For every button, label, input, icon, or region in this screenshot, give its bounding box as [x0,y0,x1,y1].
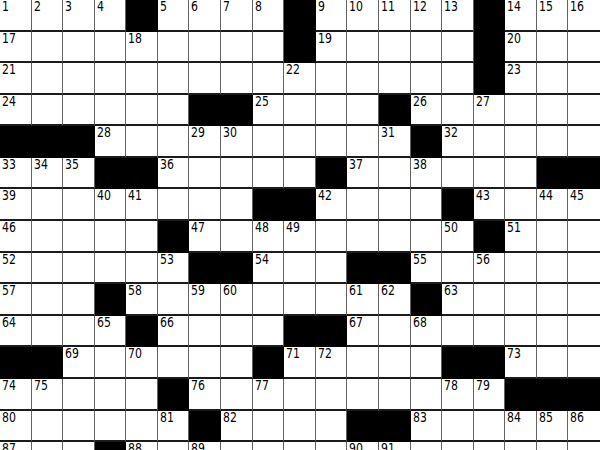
clue-number: 40 [97,189,111,202]
grid-cell[interactable] [221,63,253,95]
grid-cell[interactable] [63,63,95,95]
clue-number: 63 [444,284,458,297]
grid-cell[interactable] [63,379,95,411]
clue-number: 74 [2,379,16,392]
grid-cell[interactable] [537,442,569,450]
block-cell [316,158,348,190]
grid-cell[interactable] [189,189,221,221]
grid-cell[interactable]: 45 [568,189,600,221]
grid-cell[interactable] [253,63,285,95]
grid-cell[interactable]: 11 [379,0,411,32]
grid-cell[interactable] [189,32,221,64]
grid-cell[interactable]: 85 [537,411,569,443]
grid-cell[interactable] [347,347,379,379]
grid-cell[interactable] [379,158,411,190]
grid-cell[interactable]: 27 [474,95,506,127]
grid-cell[interactable] [221,158,253,190]
clue-number: 82 [223,411,237,424]
grid-cell[interactable]: 4 [95,0,127,32]
block-cell [474,0,506,32]
grid-cell[interactable] [568,442,600,450]
grid-cell[interactable] [442,316,474,348]
grid-cell[interactable] [505,284,537,316]
grid-cell[interactable] [95,347,127,379]
grid-cell[interactable] [32,221,64,253]
block-cell [126,316,158,348]
clue-number: 85 [539,411,553,424]
block-cell [189,253,221,285]
grid-cell[interactable] [32,316,64,348]
grid-cell[interactable]: 18 [126,32,158,64]
grid-cell[interactable] [379,221,411,253]
grid-cell[interactable] [537,95,569,127]
block-cell [158,379,190,411]
grid-cell[interactable] [379,379,411,411]
grid-cell[interactable] [442,95,474,127]
grid-cell[interactable]: 19 [316,32,348,64]
grid-cell[interactable] [411,347,443,379]
grid-cell[interactable]: 38 [411,158,443,190]
block-cell [0,126,32,158]
grid-cell[interactable]: 84 [505,411,537,443]
grid-cell[interactable] [347,126,379,158]
grid-cell[interactable]: 33 [0,158,32,190]
grid-cell[interactable] [505,442,537,450]
grid-cell[interactable] [253,442,285,450]
grid-cell[interactable] [32,32,64,64]
clue-number: 78 [444,379,458,392]
block-cell [474,63,506,95]
grid-cell[interactable] [284,379,316,411]
grid-cell[interactable] [126,95,158,127]
grid-cell[interactable]: 70 [126,347,158,379]
grid-cell[interactable] [537,126,569,158]
grid-cell[interactable] [442,158,474,190]
grid-cell[interactable] [442,32,474,64]
grid-cell[interactable] [411,189,443,221]
grid-cell[interactable] [347,95,379,127]
grid-cell[interactable] [505,158,537,190]
grid-cell[interactable] [158,189,190,221]
grid-cell[interactable]: 62 [379,284,411,316]
grid-cell[interactable]: 91 [379,442,411,450]
grid-cell[interactable] [253,284,285,316]
grid-cell[interactable]: 21 [0,63,32,95]
grid-cell[interactable] [568,95,600,127]
clue-number: 71 [286,347,300,360]
grid-cell[interactable] [379,189,411,221]
grid-cell[interactable]: 16 [568,0,600,32]
grid-cell[interactable] [63,189,95,221]
grid-cell[interactable]: 75 [32,379,64,411]
grid-cell[interactable]: 39 [0,189,32,221]
grid-cell[interactable]: 90 [347,442,379,450]
grid-cell[interactable] [221,442,253,450]
grid-cell[interactable] [253,126,285,158]
grid-cell[interactable] [221,32,253,64]
grid-cell[interactable] [316,221,348,253]
grid-cell[interactable] [126,221,158,253]
grid-cell[interactable] [505,126,537,158]
grid-cell[interactable] [379,63,411,95]
grid-cell[interactable] [474,284,506,316]
grid-cell[interactable]: 5 [158,0,190,32]
grid-cell[interactable] [284,158,316,190]
block-cell [158,221,190,253]
grid-cell[interactable] [158,63,190,95]
grid-cell[interactable]: 58 [126,284,158,316]
grid-cell[interactable] [379,316,411,348]
grid-cell[interactable]: 61 [347,284,379,316]
clue-number: 45 [570,189,584,202]
grid-cell[interactable]: 6 [189,0,221,32]
clue-number: 56 [476,253,490,266]
grid-cell[interactable] [568,316,600,348]
grid-cell[interactable] [537,284,569,316]
clue-number: 38 [413,158,427,171]
block-cell [284,32,316,64]
grid-cell[interactable]: 60 [221,284,253,316]
grid-cell[interactable] [411,442,443,450]
grid-cell[interactable]: 77 [253,379,285,411]
clue-number: 8 [255,0,262,13]
grid-cell[interactable] [95,63,127,95]
grid-cell[interactable]: 73 [505,347,537,379]
grid-cell[interactable]: 42 [316,189,348,221]
grid-cell[interactable] [284,442,316,450]
grid-cell[interactable]: 36 [158,158,190,190]
grid-cell[interactable]: 47 [189,221,221,253]
grid-cell[interactable] [411,63,443,95]
grid-cell[interactable]: 28 [95,126,127,158]
grid-cell[interactable]: 35 [63,158,95,190]
grid-cell[interactable] [347,221,379,253]
grid-cell[interactable]: 43 [474,189,506,221]
clue-number: 69 [65,347,79,360]
grid-cell[interactable] [568,63,600,95]
clue-number: 68 [413,316,427,329]
clue-number: 50 [444,221,458,234]
grid-cell[interactable] [63,284,95,316]
grid-cell[interactable] [158,95,190,127]
grid-cell[interactable]: 44 [537,189,569,221]
crossword-grid: 1234567891011121314151617181920212223242… [0,0,600,450]
grid-cell[interactable]: 53 [158,253,190,285]
grid-cell[interactable] [316,379,348,411]
clue-number: 57 [2,284,16,297]
grid-cell[interactable]: 65 [95,316,127,348]
grid-cell[interactable]: 63 [442,284,474,316]
grid-cell[interactable]: 51 [505,221,537,253]
grid-cell[interactable] [221,379,253,411]
grid-cell[interactable] [442,253,474,285]
grid-cell[interactable] [537,63,569,95]
grid-cell[interactable] [32,63,64,95]
grid-cell[interactable]: 67 [347,316,379,348]
grid-cell[interactable] [189,316,221,348]
grid-cell[interactable] [316,63,348,95]
grid-cell[interactable] [505,189,537,221]
grid-cell[interactable] [411,221,443,253]
grid-cell[interactable] [568,253,600,285]
grid-cell[interactable] [32,284,64,316]
grid-cell[interactable] [316,126,348,158]
clue-number: 91 [381,442,395,450]
grid-cell[interactable] [505,253,537,285]
grid-cell[interactable]: 32 [442,126,474,158]
clue-number: 86 [570,411,584,424]
block-cell [411,284,443,316]
grid-cell[interactable] [568,347,600,379]
block-cell [221,95,253,127]
clue-number: 11 [381,0,395,13]
grid-cell[interactable]: 80 [0,411,32,443]
grid-cell[interactable] [316,442,348,450]
grid-cell[interactable]: 46 [0,221,32,253]
clue-number: 13 [444,0,458,13]
grid-cell[interactable] [284,126,316,158]
grid-cell[interactable] [158,126,190,158]
grid-cell[interactable] [442,442,474,450]
grid-cell[interactable]: 79 [474,379,506,411]
grid-cell[interactable]: 22 [284,63,316,95]
block-cell [32,347,64,379]
grid-cell[interactable] [189,158,221,190]
grid-cell[interactable]: 55 [411,253,443,285]
clue-number: 29 [191,126,205,139]
grid-cell[interactable]: 8 [253,0,285,32]
grid-cell[interactable] [474,411,506,443]
block-cell [0,347,32,379]
clue-number: 48 [255,221,269,234]
grid-cell[interactable] [63,442,95,450]
grid-cell[interactable] [316,95,348,127]
grid-cell[interactable] [221,221,253,253]
grid-cell[interactable] [32,442,64,450]
grid-cell[interactable]: 25 [253,95,285,127]
grid-cell[interactable]: 87 [0,442,32,450]
clue-number: 34 [34,158,48,171]
grid-cell[interactable] [95,32,127,64]
grid-cell[interactable] [316,284,348,316]
grid-cell[interactable]: 74 [0,379,32,411]
grid-cell[interactable] [568,32,600,64]
grid-cell[interactable]: 54 [253,253,285,285]
grid-cell[interactable]: 57 [0,284,32,316]
grid-cell[interactable] [537,253,569,285]
grid-cell[interactable] [411,32,443,64]
grid-cell[interactable]: 9 [316,0,348,32]
grid-cell[interactable]: 49 [284,221,316,253]
grid-cell[interactable]: 48 [253,221,285,253]
grid-cell[interactable] [442,63,474,95]
grid-cell[interactable] [63,221,95,253]
block-cell [284,316,316,348]
grid-cell[interactable]: 88 [126,442,158,450]
clue-number: 72 [318,347,332,360]
grid-cell[interactable] [63,32,95,64]
grid-cell[interactable]: 15 [537,0,569,32]
block-cell [411,126,443,158]
grid-cell[interactable] [189,63,221,95]
grid-cell[interactable] [63,316,95,348]
clue-number: 67 [349,316,363,329]
grid-cell[interactable] [347,63,379,95]
grid-cell[interactable]: 78 [442,379,474,411]
grid-cell[interactable] [253,411,285,443]
grid-cell[interactable]: 29 [189,126,221,158]
grid-cell[interactable]: 89 [189,442,221,450]
clue-number: 1 [2,0,9,13]
grid-cell[interactable]: 40 [95,189,127,221]
grid-cell[interactable]: 64 [0,316,32,348]
clue-number: 47 [191,221,205,234]
block-cell [95,158,127,190]
grid-cell[interactable] [158,32,190,64]
grid-cell[interactable] [284,411,316,443]
grid-cell[interactable] [189,347,221,379]
grid-cell[interactable] [537,347,569,379]
grid-cell[interactable] [347,189,379,221]
grid-cell[interactable]: 71 [284,347,316,379]
block-cell [442,347,474,379]
grid-cell[interactable] [442,411,474,443]
grid-cell[interactable] [316,411,348,443]
block-cell [253,189,285,221]
clue-number: 77 [255,379,269,392]
grid-cell[interactable] [126,411,158,443]
grid-cell[interactable] [126,379,158,411]
grid-cell[interactable] [568,284,600,316]
grid-cell[interactable] [95,221,127,253]
clue-number: 60 [223,284,237,297]
grid-cell[interactable]: 12 [411,0,443,32]
grid-cell[interactable] [221,316,253,348]
grid-cell[interactable]: 81 [158,411,190,443]
grid-cell[interactable]: 41 [126,189,158,221]
grid-cell[interactable] [32,95,64,127]
grid-cell[interactable] [284,253,316,285]
grid-cell[interactable]: 24 [0,95,32,127]
grid-cell[interactable] [158,347,190,379]
grid-cell[interactable] [221,347,253,379]
grid-cell[interactable]: 17 [0,32,32,64]
grid-cell[interactable]: 20 [505,32,537,64]
grid-cell[interactable]: 14 [505,0,537,32]
grid-cell[interactable]: 10 [347,0,379,32]
grid-cell[interactable] [505,316,537,348]
grid-cell[interactable] [95,253,127,285]
grid-cell[interactable] [221,189,253,221]
grid-cell[interactable]: 23 [505,63,537,95]
grid-cell[interactable]: 82 [221,411,253,443]
clue-number: 54 [255,253,269,266]
clue-number: 66 [160,316,174,329]
grid-cell[interactable] [63,253,95,285]
grid-cell[interactable] [379,347,411,379]
grid-cell[interactable] [126,253,158,285]
clue-number: 44 [539,189,553,202]
grid-cell[interactable] [32,411,64,443]
grid-cell[interactable]: 50 [442,221,474,253]
grid-cell[interactable]: 86 [568,411,600,443]
grid-cell[interactable] [253,158,285,190]
grid-cell[interactable] [63,411,95,443]
clue-number: 25 [255,95,269,108]
grid-cell[interactable] [347,32,379,64]
grid-cell[interactable] [474,316,506,348]
grid-cell[interactable] [411,379,443,411]
grid-cell[interactable]: 66 [158,316,190,348]
grid-cell[interactable]: 13 [442,0,474,32]
grid-cell[interactable] [537,316,569,348]
grid-cell[interactable] [316,253,348,285]
block-cell [474,347,506,379]
grid-cell[interactable]: 69 [63,347,95,379]
grid-cell[interactable]: 26 [411,95,443,127]
grid-cell[interactable] [126,126,158,158]
grid-cell[interactable] [158,284,190,316]
grid-cell[interactable]: 30 [221,126,253,158]
grid-cell[interactable] [158,442,190,450]
clue-number: 79 [476,379,490,392]
grid-cell[interactable] [568,126,600,158]
block-cell [379,253,411,285]
grid-cell[interactable] [253,316,285,348]
grid-cell[interactable] [32,189,64,221]
grid-cell[interactable]: 59 [189,284,221,316]
grid-cell[interactable]: 76 [189,379,221,411]
grid-cell[interactable] [474,158,506,190]
grid-cell[interactable] [505,95,537,127]
grid-cell[interactable] [95,411,127,443]
grid-cell[interactable]: 34 [32,158,64,190]
grid-cell[interactable] [284,284,316,316]
grid-cell[interactable] [253,32,285,64]
clue-number: 14 [507,0,521,13]
grid-cell[interactable]: 2 [32,0,64,32]
grid-cell[interactable]: 7 [221,0,253,32]
grid-cell[interactable] [379,32,411,64]
clue-number: 52 [2,253,16,266]
clue-number: 19 [318,32,332,45]
grid-cell[interactable] [537,221,569,253]
grid-cell[interactable] [284,95,316,127]
grid-cell[interactable]: 52 [0,253,32,285]
grid-cell[interactable]: 68 [411,316,443,348]
grid-cell[interactable] [126,63,158,95]
grid-cell[interactable] [95,95,127,127]
clue-number: 7 [223,0,230,13]
grid-cell[interactable]: 3 [63,0,95,32]
clue-number: 83 [413,411,427,424]
grid-cell[interactable] [474,126,506,158]
grid-cell[interactable] [537,32,569,64]
grid-cell[interactable] [474,442,506,450]
grid-cell[interactable]: 1 [0,0,32,32]
grid-cell[interactable]: 37 [347,158,379,190]
grid-cell[interactable]: 31 [379,126,411,158]
grid-cell[interactable] [347,379,379,411]
grid-cell[interactable]: 56 [474,253,506,285]
clue-number: 53 [160,253,174,266]
grid-cell[interactable] [95,379,127,411]
grid-cell[interactable] [32,253,64,285]
grid-cell[interactable]: 72 [316,347,348,379]
grid-cell[interactable]: 83 [411,411,443,443]
grid-cell[interactable] [568,221,600,253]
grid-cell[interactable] [63,95,95,127]
